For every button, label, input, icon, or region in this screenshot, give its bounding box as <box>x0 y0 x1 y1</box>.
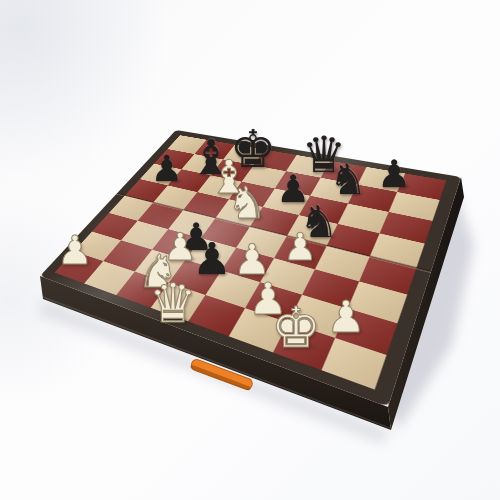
product-photo-stage: ♚♛♝♟♟♝♞♟♞♞♟♟♟♟♟♟♞♟♛♟♚ <box>0 0 500 500</box>
